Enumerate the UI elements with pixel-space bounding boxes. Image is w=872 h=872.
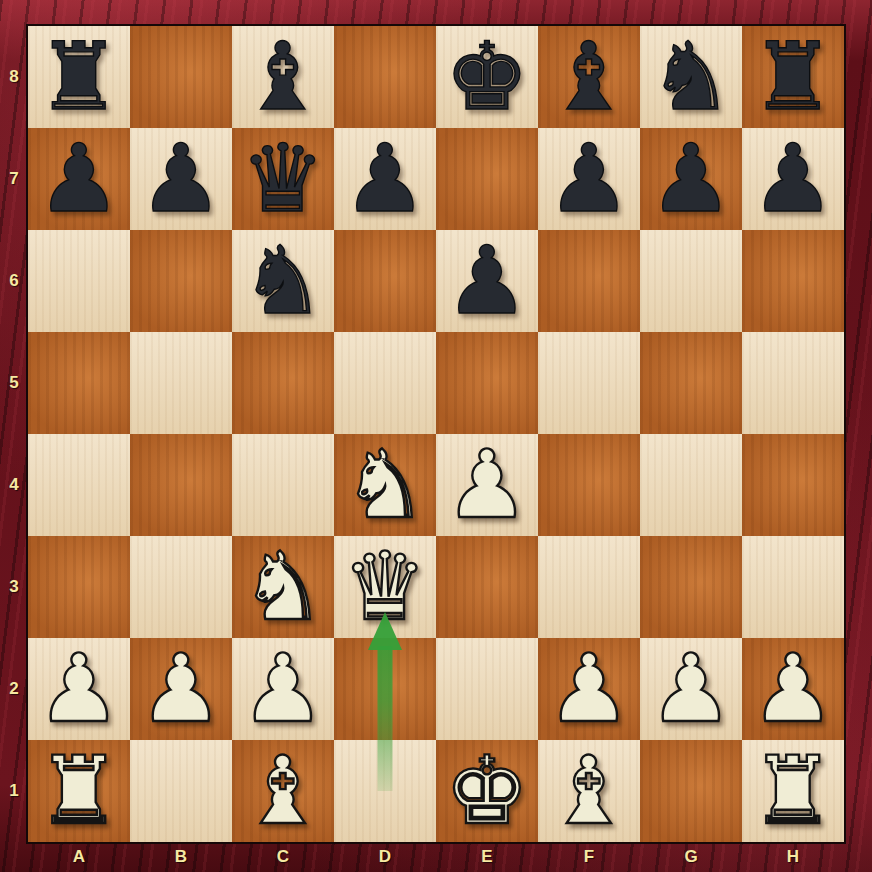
black-rook[interactable]: ♜: [751, 26, 835, 128]
square-c7[interactable]: ♛: [232, 128, 334, 230]
black-bishop[interactable]: ♝: [547, 26, 631, 128]
file-label-c: C: [232, 842, 334, 872]
white-pawn[interactable]: ♟: [139, 638, 223, 740]
square-h4[interactable]: [742, 434, 844, 536]
white-pawn[interactable]: ♟: [445, 434, 529, 536]
file-label-f: F: [538, 842, 640, 872]
black-pawn[interactable]: ♟: [139, 128, 223, 230]
square-e8[interactable]: ♚: [436, 26, 538, 128]
square-g6[interactable]: [640, 230, 742, 332]
square-g1[interactable]: [640, 740, 742, 842]
black-king[interactable]: ♚: [445, 26, 529, 128]
square-d4[interactable]: ♞: [334, 434, 436, 536]
square-h5[interactable]: [742, 332, 844, 434]
square-h2[interactable]: ♟: [742, 638, 844, 740]
square-b5[interactable]: [130, 332, 232, 434]
black-rook[interactable]: ♜: [37, 26, 121, 128]
file-label-h: H: [742, 842, 844, 872]
black-pawn[interactable]: ♟: [343, 128, 427, 230]
white-knight[interactable]: ♞: [343, 434, 427, 536]
square-a8[interactable]: ♜: [28, 26, 130, 128]
square-d5[interactable]: [334, 332, 436, 434]
white-pawn[interactable]: ♟: [649, 638, 733, 740]
square-e2[interactable]: [436, 638, 538, 740]
square-b1[interactable]: [130, 740, 232, 842]
square-h8[interactable]: ♜: [742, 26, 844, 128]
black-bishop[interactable]: ♝: [241, 26, 325, 128]
square-g8[interactable]: ♞: [640, 26, 742, 128]
square-g3[interactable]: [640, 536, 742, 638]
square-f7[interactable]: ♟: [538, 128, 640, 230]
white-bishop[interactable]: ♝: [241, 740, 325, 842]
square-h1[interactable]: ♜: [742, 740, 844, 842]
rank-label-7: 7: [0, 128, 28, 230]
square-g4[interactable]: [640, 434, 742, 536]
square-c6[interactable]: ♞: [232, 230, 334, 332]
black-knight[interactable]: ♞: [241, 230, 325, 332]
square-g7[interactable]: ♟: [640, 128, 742, 230]
square-e5[interactable]: [436, 332, 538, 434]
file-label-g: G: [640, 842, 742, 872]
square-e6[interactable]: ♟: [436, 230, 538, 332]
square-c3[interactable]: ♞: [232, 536, 334, 638]
chess-board: ♜♝♚♝♞♜♟♟♛♟♟♟♟♞♟♞♟♞♛♟♟♟♟♟♟♜♝♚♝♜: [28, 26, 844, 842]
square-f2[interactable]: ♟: [538, 638, 640, 740]
square-h7[interactable]: ♟: [742, 128, 844, 230]
file-label-b: B: [130, 842, 232, 872]
square-a1[interactable]: ♜: [28, 740, 130, 842]
square-c2[interactable]: ♟: [232, 638, 334, 740]
black-pawn[interactable]: ♟: [547, 128, 631, 230]
square-e4[interactable]: ♟: [436, 434, 538, 536]
rank-label-8: 8: [0, 26, 28, 128]
square-b6[interactable]: [130, 230, 232, 332]
square-b8[interactable]: [130, 26, 232, 128]
file-label-e: E: [436, 842, 538, 872]
square-a7[interactable]: ♟: [28, 128, 130, 230]
white-pawn[interactable]: ♟: [547, 638, 631, 740]
square-b7[interactable]: ♟: [130, 128, 232, 230]
square-c4[interactable]: [232, 434, 334, 536]
file-label-a: A: [28, 842, 130, 872]
square-e1[interactable]: ♚: [436, 740, 538, 842]
white-pawn[interactable]: ♟: [751, 638, 835, 740]
white-king[interactable]: ♚: [445, 740, 529, 842]
rank-label-5: 5: [0, 332, 28, 434]
square-f6[interactable]: [538, 230, 640, 332]
square-d7[interactable]: ♟: [334, 128, 436, 230]
square-f4[interactable]: [538, 434, 640, 536]
square-f8[interactable]: ♝: [538, 26, 640, 128]
rank-label-1: 1: [0, 740, 28, 842]
rank-label-2: 2: [0, 638, 28, 740]
rank-label-4: 4: [0, 434, 28, 536]
square-d3[interactable]: ♛: [334, 536, 436, 638]
square-a2[interactable]: ♟: [28, 638, 130, 740]
black-knight[interactable]: ♞: [649, 26, 733, 128]
square-a3[interactable]: [28, 536, 130, 638]
square-g2[interactable]: ♟: [640, 638, 742, 740]
square-b3[interactable]: [130, 536, 232, 638]
square-e7[interactable]: [436, 128, 538, 230]
board-frame: ♜♝♚♝♞♜♟♟♛♟♟♟♟♞♟♞♟♞♛♟♟♟♟♟♟♜♝♚♝♜ 87654321A…: [0, 0, 872, 872]
black-pawn[interactable]: ♟: [37, 128, 121, 230]
square-c5[interactable]: [232, 332, 334, 434]
square-g5[interactable]: [640, 332, 742, 434]
square-a4[interactable]: [28, 434, 130, 536]
square-f3[interactable]: [538, 536, 640, 638]
white-knight[interactable]: ♞: [241, 536, 325, 638]
black-pawn[interactable]: ♟: [649, 128, 733, 230]
black-pawn[interactable]: ♟: [445, 230, 529, 332]
square-e3[interactable]: [436, 536, 538, 638]
square-h6[interactable]: [742, 230, 844, 332]
white-rook[interactable]: ♜: [751, 740, 835, 842]
white-pawn[interactable]: ♟: [241, 638, 325, 740]
rank-label-6: 6: [0, 230, 28, 332]
square-b4[interactable]: [130, 434, 232, 536]
white-rook[interactable]: ♜: [37, 740, 121, 842]
square-a6[interactable]: [28, 230, 130, 332]
square-c1[interactable]: ♝: [232, 740, 334, 842]
square-c8[interactable]: ♝: [232, 26, 334, 128]
white-bishop[interactable]: ♝: [547, 740, 631, 842]
square-d6[interactable]: [334, 230, 436, 332]
square-b2[interactable]: ♟: [130, 638, 232, 740]
square-f1[interactable]: ♝: [538, 740, 640, 842]
rank-label-3: 3: [0, 536, 28, 638]
file-label-d: D: [334, 842, 436, 872]
square-d2[interactable]: [334, 638, 436, 740]
square-d8[interactable]: [334, 26, 436, 128]
square-f5[interactable]: [538, 332, 640, 434]
black-queen[interactable]: ♛: [241, 128, 325, 230]
white-pawn[interactable]: ♟: [37, 638, 121, 740]
white-queen[interactable]: ♛: [343, 536, 427, 638]
square-h3[interactable]: [742, 536, 844, 638]
square-d1[interactable]: [334, 740, 436, 842]
black-pawn[interactable]: ♟: [751, 128, 835, 230]
square-a5[interactable]: [28, 332, 130, 434]
